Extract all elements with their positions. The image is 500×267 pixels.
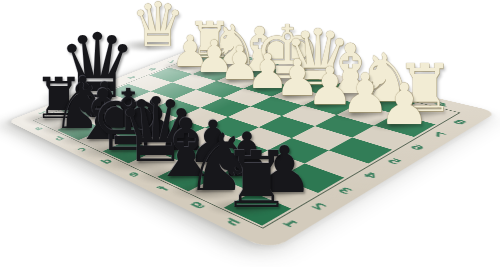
rank-label-5: 5 — [385, 157, 404, 165]
rank-label-7: 7 — [430, 131, 448, 138]
chess-set-photo: aa11bb22cc33dd44ee55ff66gg77hh88 ♜♞♝♚♛♝♞… — [0, 0, 500, 267]
rank-label-6: 6 — [408, 144, 427, 152]
rank-label-3: 3 — [336, 186, 356, 196]
piece-white-pawn-h7[interactable]: ♟ — [378, 76, 429, 133]
rank-label-4: 4 — [361, 171, 381, 180]
piece-black-rook-h1[interactable]: ♜ — [222, 141, 292, 219]
